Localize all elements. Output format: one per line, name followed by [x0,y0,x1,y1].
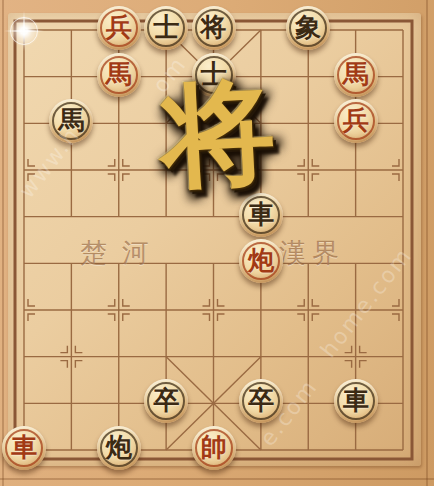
piece-glyph: 士 [201,61,227,87]
piece-red-cannon[interactable]: 炮 [239,239,283,283]
piece-black-chariot[interactable]: 車 [239,193,283,237]
piece-red-general[interactable]: 帥 [192,426,236,470]
piece-glyph: 炮 [248,247,274,273]
piece-glyph: 卒 [153,387,179,413]
piece-red-horse[interactable]: 馬 [97,53,141,97]
piece-glyph: 将 [201,14,227,40]
piece-glyph: 車 [248,201,274,227]
xiangqi-board: 楚河 漢界 兵 士 将 象 馬 士 馬 馬 兵 [0,0,434,486]
piece-black-general[interactable]: 将 [192,6,236,50]
piece-red-soldier[interactable]: 兵 [334,99,378,143]
piece-black-soldier[interactable]: 卒 [239,379,283,423]
piece-glyph: 炮 [106,434,132,460]
piece-glyph: 車 [11,434,37,460]
river-label-right: 漢界 [270,235,354,271]
piece-black-elephant[interactable]: 象 [286,6,330,50]
piece-glyph: 卒 [248,387,274,413]
piece-glyph: 帥 [201,434,227,460]
piece-black-chariot[interactable]: 車 [334,379,378,423]
piece-black-advisor[interactable]: 士 [192,53,236,97]
piece-glyph: 士 [153,14,179,40]
piece-glyph: 兵 [106,14,132,40]
piece-red-chariot[interactable]: 車 [2,426,46,470]
piece-glyph: 馬 [343,61,369,87]
piece-glyph: 馬 [106,61,132,87]
piece-glyph: 兵 [343,107,369,133]
river-label-left: 楚河 [74,235,170,271]
piece-glyph: 象 [295,14,321,40]
piece-black-cannon[interactable]: 炮 [97,426,141,470]
piece-black-advisor[interactable]: 士 [144,6,188,50]
piece-glyph: 車 [343,387,369,413]
piece-red-soldier[interactable]: 兵 [97,6,141,50]
piece-glyph: 馬 [58,107,84,133]
piece-red-horse[interactable]: 馬 [334,53,378,97]
